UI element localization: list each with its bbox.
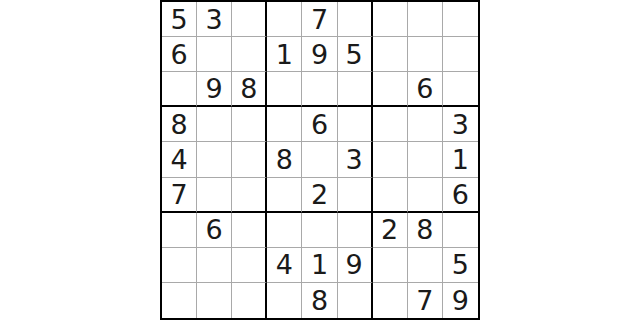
cell-r1c5[interactable]: 7 [302, 2, 337, 37]
cell-r5c3[interactable] [232, 142, 267, 177]
cell-r3c9[interactable] [443, 72, 478, 107]
cell-r7c7[interactable]: 2 [373, 213, 408, 248]
cell-r4c9[interactable]: 3 [443, 107, 478, 142]
cell-r9c8[interactable]: 7 [408, 283, 443, 318]
cell-r9c3[interactable] [232, 283, 267, 318]
cell-r2c9[interactable] [443, 37, 478, 72]
cell-r3c3[interactable]: 8 [232, 72, 267, 107]
cell-r5c7[interactable] [373, 142, 408, 177]
cell-r9c9[interactable]: 9 [443, 283, 478, 318]
cell-r6c2[interactable] [197, 178, 232, 213]
page-background: 537619598686348317266284195879 [0, 0, 640, 320]
cell-r6c9[interactable]: 6 [443, 178, 478, 213]
cell-r3c8[interactable]: 6 [408, 72, 443, 107]
cell-r1c3[interactable] [232, 2, 267, 37]
cell-r9c6[interactable] [338, 283, 373, 318]
cell-r8c4[interactable]: 4 [267, 248, 302, 283]
cell-r4c5[interactable]: 6 [302, 107, 337, 142]
cell-r5c5[interactable] [302, 142, 337, 177]
cell-r7c2[interactable]: 6 [197, 213, 232, 248]
cell-r7c6[interactable] [338, 213, 373, 248]
cell-r8c9[interactable]: 5 [443, 248, 478, 283]
cell-r2c8[interactable] [408, 37, 443, 72]
cell-r4c6[interactable] [338, 107, 373, 142]
cell-r5c1[interactable]: 4 [162, 142, 197, 177]
cell-r8c8[interactable] [408, 248, 443, 283]
cell-r6c1[interactable]: 7 [162, 178, 197, 213]
cell-r3c1[interactable] [162, 72, 197, 107]
cell-r4c3[interactable] [232, 107, 267, 142]
cell-r2c1[interactable]: 6 [162, 37, 197, 72]
cell-r1c8[interactable] [408, 2, 443, 37]
cell-r2c2[interactable] [197, 37, 232, 72]
cell-r5c9[interactable]: 1 [443, 142, 478, 177]
cell-r7c4[interactable] [267, 213, 302, 248]
cell-r7c5[interactable] [302, 213, 337, 248]
cell-r7c1[interactable] [162, 213, 197, 248]
cell-r8c7[interactable] [373, 248, 408, 283]
cell-r6c7[interactable] [373, 178, 408, 213]
cell-r3c2[interactable]: 9 [197, 72, 232, 107]
cell-r6c8[interactable] [408, 178, 443, 213]
cell-r2c5[interactable]: 9 [302, 37, 337, 72]
cell-r9c4[interactable] [267, 283, 302, 318]
cell-r1c6[interactable] [338, 2, 373, 37]
cell-r8c5[interactable]: 1 [302, 248, 337, 283]
cell-r8c1[interactable] [162, 248, 197, 283]
cell-r3c5[interactable] [302, 72, 337, 107]
cell-r8c3[interactable] [232, 248, 267, 283]
cell-r7c9[interactable] [443, 213, 478, 248]
cell-r9c2[interactable] [197, 283, 232, 318]
cell-r4c8[interactable] [408, 107, 443, 142]
cell-r4c4[interactable] [267, 107, 302, 142]
cell-r1c2[interactable]: 3 [197, 2, 232, 37]
sudoku-board: 537619598686348317266284195879 [160, 0, 480, 320]
cell-r1c4[interactable] [267, 2, 302, 37]
cell-r7c8[interactable]: 8 [408, 213, 443, 248]
cell-r9c1[interactable] [162, 283, 197, 318]
cell-r2c4[interactable]: 1 [267, 37, 302, 72]
cell-r9c5[interactable]: 8 [302, 283, 337, 318]
cell-r5c8[interactable] [408, 142, 443, 177]
cell-r8c6[interactable]: 9 [338, 248, 373, 283]
cell-r2c7[interactable] [373, 37, 408, 72]
cell-r4c7[interactable] [373, 107, 408, 142]
cell-r3c4[interactable] [267, 72, 302, 107]
cell-r5c2[interactable] [197, 142, 232, 177]
cell-r1c7[interactable] [373, 2, 408, 37]
cell-r9c7[interactable] [373, 283, 408, 318]
cell-r6c4[interactable] [267, 178, 302, 213]
cell-r5c4[interactable]: 8 [267, 142, 302, 177]
cell-r6c5[interactable]: 2 [302, 178, 337, 213]
cell-r2c3[interactable] [232, 37, 267, 72]
cell-r3c6[interactable] [338, 72, 373, 107]
cell-r1c1[interactable]: 5 [162, 2, 197, 37]
cell-r7c3[interactable] [232, 213, 267, 248]
cell-r6c3[interactable] [232, 178, 267, 213]
cell-r8c2[interactable] [197, 248, 232, 283]
cell-r3c7[interactable] [373, 72, 408, 107]
cell-r1c9[interactable] [443, 2, 478, 37]
cell-r5c6[interactable]: 3 [338, 142, 373, 177]
cell-r4c1[interactable]: 8 [162, 107, 197, 142]
cell-r2c6[interactable]: 5 [338, 37, 373, 72]
cell-r4c2[interactable] [197, 107, 232, 142]
cell-r6c6[interactable] [338, 178, 373, 213]
